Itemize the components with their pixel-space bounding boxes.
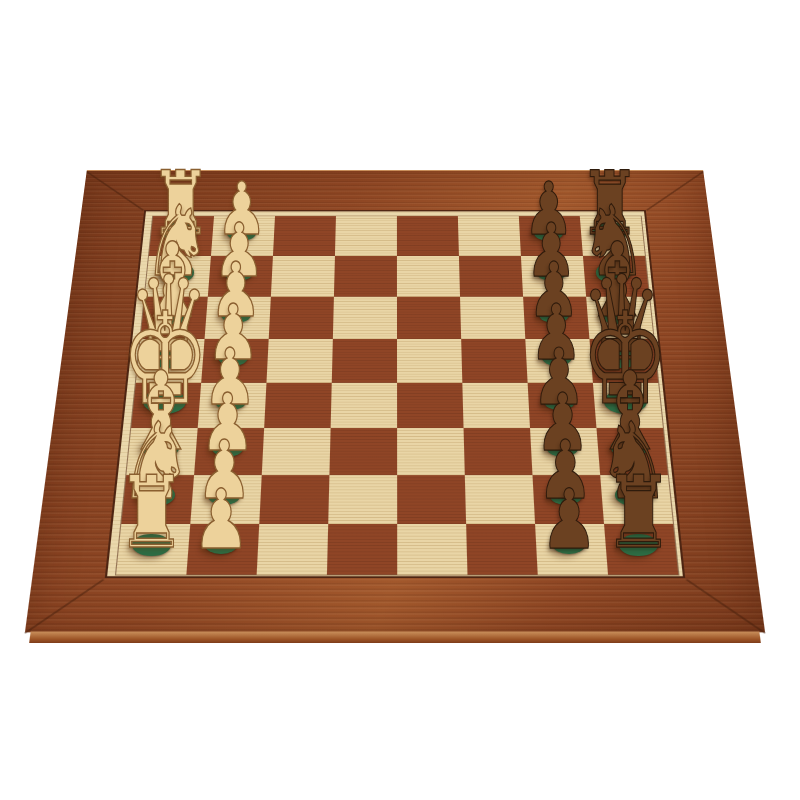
square-h6[interactable] (466, 524, 538, 575)
square-d3[interactable] (266, 339, 332, 383)
square-c5[interactable] (397, 297, 461, 339)
square-h5[interactable] (397, 524, 467, 575)
square-c4[interactable] (333, 297, 397, 339)
square-g6[interactable] (465, 475, 535, 524)
board-edge-bevel (29, 632, 761, 644)
square-f3[interactable] (262, 428, 331, 475)
square-c3[interactable] (269, 297, 334, 339)
square-g5[interactable] (397, 475, 466, 524)
square-d6[interactable] (461, 339, 527, 383)
square-d5[interactable] (397, 339, 462, 383)
square-f5[interactable] (397, 428, 465, 475)
square-h3[interactable] (257, 524, 329, 575)
square-e4[interactable] (331, 383, 397, 428)
square-a3[interactable] (273, 216, 336, 256)
square-e5[interactable] (397, 383, 464, 428)
frame-miter-joint (24, 579, 104, 634)
square-a4[interactable] (335, 216, 397, 256)
square-f4[interactable] (329, 428, 397, 475)
frame-miter-joint (86, 171, 144, 210)
square-a5[interactable] (397, 216, 459, 256)
square-g3[interactable] (259, 475, 329, 524)
chess-photo-scene: ♜♟♟♜♞♟♟♞♝♟♟♝♛♟♟♛♚♟♟♚♝♟♟♝♞♟♟♞♜♟♟♜ (0, 0, 800, 800)
square-e6[interactable] (462, 383, 530, 428)
square-d4[interactable] (332, 339, 397, 383)
square-e3[interactable] (264, 383, 332, 428)
square-b6[interactable] (459, 256, 523, 297)
square-h4[interactable] (327, 524, 397, 575)
square-b3[interactable] (271, 256, 335, 297)
square-c6[interactable] (460, 297, 525, 339)
square-f6[interactable] (464, 428, 533, 475)
frame-miter-joint (646, 171, 704, 210)
square-a6[interactable] (458, 216, 521, 256)
square-b5[interactable] (397, 256, 460, 297)
square-g4[interactable] (328, 475, 397, 524)
square-b4[interactable] (334, 256, 397, 297)
frame-miter-joint (686, 579, 766, 634)
